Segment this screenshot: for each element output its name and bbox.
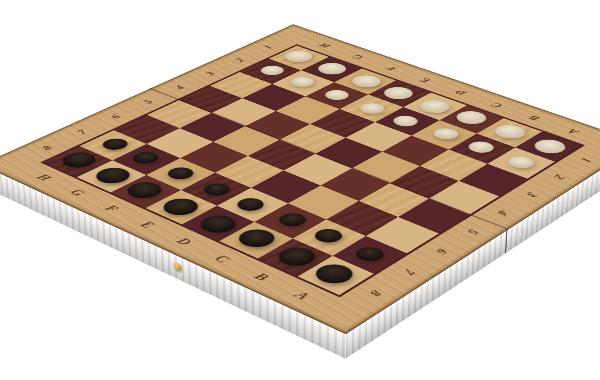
rank-label: 8 (366, 288, 386, 298)
file-label: A (291, 290, 313, 302)
rank-label: 7 (400, 267, 419, 276)
rank-label: 5 (464, 227, 483, 236)
rank-label: 4 (494, 208, 513, 216)
rank-label: 3 (523, 190, 541, 198)
rank-label: 2 (551, 173, 569, 181)
chess-board: HGFEDCBA HGFEDCBA 12345678 12345678 ♜♟♞♟… (0, 24, 600, 334)
rank-label: 6 (432, 247, 451, 256)
file-label: D (173, 236, 195, 247)
file-label: H (33, 173, 54, 183)
file-label: E (137, 219, 158, 229)
file-label: G (67, 188, 88, 198)
rank-label: 1 (578, 156, 596, 163)
file-label: B (251, 271, 273, 282)
board-fold-seam-edge (505, 230, 508, 254)
file-label: F (101, 203, 122, 213)
file-label: C (211, 253, 232, 264)
black-rook-glyph: ♜ (287, 172, 382, 278)
brass-hinge-icon (174, 261, 182, 272)
egyptian-chess-set-photo: HGFEDCBA HGFEDCBA 12345678 12345678 ♜♟♞♟… (0, 0, 600, 380)
